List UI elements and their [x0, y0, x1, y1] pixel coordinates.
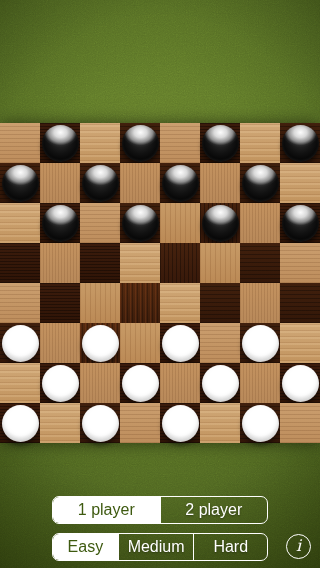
square-r0c0 — [0, 123, 40, 163]
black-piece[interactable] — [42, 125, 79, 162]
square-r1c1 — [40, 163, 80, 203]
square-r5c0[interactable] — [0, 323, 40, 363]
square-r7c3 — [120, 403, 160, 443]
white-piece[interactable] — [162, 405, 199, 442]
square-r7c0[interactable] — [0, 403, 40, 443]
square-r7c5 — [200, 403, 240, 443]
square-r1c7 — [280, 163, 320, 203]
square-r4c1[interactable] — [40, 283, 80, 323]
square-r1c6[interactable] — [240, 163, 280, 203]
square-r1c5 — [200, 163, 240, 203]
square-r2c4 — [160, 203, 200, 243]
square-r4c4 — [160, 283, 200, 323]
square-r6c3[interactable] — [120, 363, 160, 403]
square-r0c3[interactable] — [120, 123, 160, 163]
black-piece[interactable] — [2, 165, 39, 202]
square-r1c4[interactable] — [160, 163, 200, 203]
square-r5c6[interactable] — [240, 323, 280, 363]
square-r2c7[interactable] — [280, 203, 320, 243]
square-r4c3[interactable] — [120, 283, 160, 323]
square-r3c0[interactable] — [0, 243, 40, 283]
square-r3c6[interactable] — [240, 243, 280, 283]
square-r3c7 — [280, 243, 320, 283]
black-piece[interactable] — [122, 205, 159, 242]
square-r1c3 — [120, 163, 160, 203]
square-r4c5[interactable] — [200, 283, 240, 323]
app-screen: 1 player2 player EasyMediumHard i — [0, 0, 320, 568]
square-r7c1 — [40, 403, 80, 443]
square-r2c0 — [0, 203, 40, 243]
square-r5c3 — [120, 323, 160, 363]
square-r6c7[interactable] — [280, 363, 320, 403]
info-button[interactable]: i — [286, 534, 311, 559]
square-r5c7 — [280, 323, 320, 363]
square-r2c6 — [240, 203, 280, 243]
square-r0c7[interactable] — [280, 123, 320, 163]
checkers-board — [0, 123, 320, 443]
black-piece[interactable] — [122, 125, 159, 162]
player-mode-option-1-player[interactable]: 1 player — [53, 497, 161, 523]
square-r6c2 — [80, 363, 120, 403]
black-piece[interactable] — [82, 165, 119, 202]
difficulty-option-hard[interactable]: Hard — [194, 534, 267, 560]
square-r7c4[interactable] — [160, 403, 200, 443]
square-r3c2[interactable] — [80, 243, 120, 283]
square-r5c5 — [200, 323, 240, 363]
white-piece[interactable] — [82, 405, 119, 442]
white-piece[interactable] — [2, 405, 39, 442]
black-piece[interactable] — [42, 205, 79, 242]
white-piece[interactable] — [242, 325, 279, 362]
square-r6c4 — [160, 363, 200, 403]
white-piece[interactable] — [82, 325, 119, 362]
square-r6c5[interactable] — [200, 363, 240, 403]
square-r7c7 — [280, 403, 320, 443]
black-piece[interactable] — [242, 165, 279, 202]
square-r3c1 — [40, 243, 80, 283]
white-piece[interactable] — [202, 365, 239, 402]
white-piece[interactable] — [2, 325, 39, 362]
white-piece[interactable] — [122, 365, 159, 402]
square-r2c2 — [80, 203, 120, 243]
square-r3c5 — [200, 243, 240, 283]
square-r1c2[interactable] — [80, 163, 120, 203]
white-piece[interactable] — [242, 405, 279, 442]
square-r4c7[interactable] — [280, 283, 320, 323]
square-r4c2 — [80, 283, 120, 323]
difficulty-option-medium[interactable]: Medium — [119, 534, 195, 560]
square-r4c0 — [0, 283, 40, 323]
square-r5c1 — [40, 323, 80, 363]
square-r3c4[interactable] — [160, 243, 200, 283]
square-r2c5[interactable] — [200, 203, 240, 243]
player-mode-control: 1 player2 player — [52, 496, 268, 524]
square-r0c5[interactable] — [200, 123, 240, 163]
white-piece[interactable] — [162, 325, 199, 362]
square-r6c1[interactable] — [40, 363, 80, 403]
square-r6c0 — [0, 363, 40, 403]
black-piece[interactable] — [282, 125, 319, 162]
square-r0c2 — [80, 123, 120, 163]
square-r0c6 — [240, 123, 280, 163]
black-piece[interactable] — [202, 205, 239, 242]
white-piece[interactable] — [42, 365, 79, 402]
square-r3c3 — [120, 243, 160, 283]
square-r7c2[interactable] — [80, 403, 120, 443]
square-r4c6 — [240, 283, 280, 323]
square-r0c1[interactable] — [40, 123, 80, 163]
square-r0c4 — [160, 123, 200, 163]
white-piece[interactable] — [282, 365, 319, 402]
square-r2c1[interactable] — [40, 203, 80, 243]
square-r5c4[interactable] — [160, 323, 200, 363]
info-icon: i — [296, 538, 301, 554]
square-r1c0[interactable] — [0, 163, 40, 203]
player-mode-option-2-player[interactable]: 2 player — [161, 497, 268, 523]
difficulty-control: EasyMediumHard — [52, 533, 268, 561]
black-piece[interactable] — [162, 165, 199, 202]
square-r6c6 — [240, 363, 280, 403]
square-r7c6[interactable] — [240, 403, 280, 443]
black-piece[interactable] — [202, 125, 239, 162]
square-r2c3[interactable] — [120, 203, 160, 243]
black-piece[interactable] — [282, 205, 319, 242]
square-r5c2[interactable] — [80, 323, 120, 363]
difficulty-option-easy[interactable]: Easy — [53, 534, 119, 560]
